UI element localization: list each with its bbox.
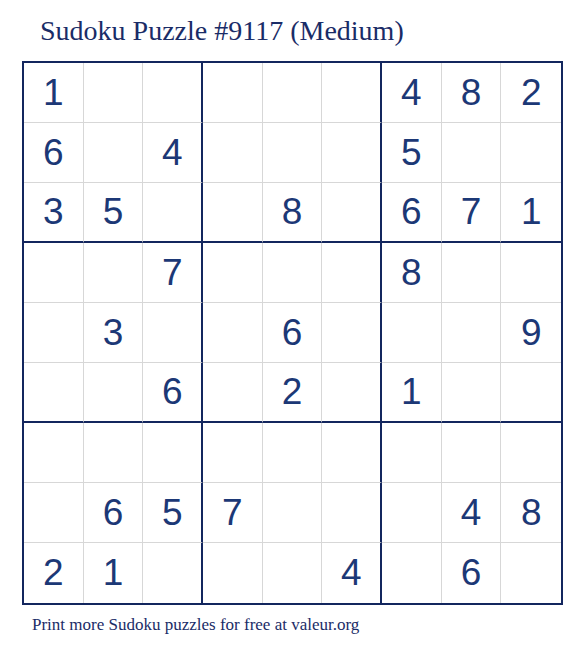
cell-r3c6[interactable] xyxy=(322,183,382,243)
cell-r6c1[interactable] xyxy=(24,363,84,423)
cell-r4c2[interactable] xyxy=(84,243,144,303)
cell-r7c1[interactable] xyxy=(24,423,84,483)
cell-r9c5[interactable] xyxy=(263,543,323,603)
given-cell-r8c4[interactable]: 7 xyxy=(203,483,263,543)
given-cell-r8c9[interactable]: 8 xyxy=(501,483,561,543)
cell-r8c5[interactable] xyxy=(263,483,323,543)
cell-r7c7[interactable] xyxy=(382,423,442,483)
cell-r4c6[interactable] xyxy=(322,243,382,303)
cell-r7c4[interactable] xyxy=(203,423,263,483)
sudoku-board: 148264535867178369621657482146 xyxy=(22,61,563,605)
given-cell-r8c2[interactable]: 6 xyxy=(84,483,144,543)
given-cell-r9c6[interactable]: 4 xyxy=(322,543,382,603)
cell-r5c4[interactable] xyxy=(203,303,263,363)
cell-r8c7[interactable] xyxy=(382,483,442,543)
cell-r5c6[interactable] xyxy=(322,303,382,363)
given-cell-r2c1[interactable]: 6 xyxy=(24,123,84,183)
cell-r6c4[interactable] xyxy=(203,363,263,423)
given-cell-r1c8[interactable]: 8 xyxy=(442,63,502,123)
cell-r7c6[interactable] xyxy=(322,423,382,483)
cell-r3c4[interactable] xyxy=(203,183,263,243)
cell-r2c4[interactable] xyxy=(203,123,263,183)
cell-r4c1[interactable] xyxy=(24,243,84,303)
cell-r2c9[interactable] xyxy=(501,123,561,183)
given-cell-r2c7[interactable]: 5 xyxy=(382,123,442,183)
cell-r4c4[interactable] xyxy=(203,243,263,303)
cell-r1c3[interactable] xyxy=(143,63,203,123)
cell-r4c9[interactable] xyxy=(501,243,561,303)
given-cell-r3c5[interactable]: 8 xyxy=(263,183,323,243)
given-cell-r5c9[interactable]: 9 xyxy=(501,303,561,363)
given-cell-r1c1[interactable]: 1 xyxy=(24,63,84,123)
given-cell-r6c5[interactable]: 2 xyxy=(263,363,323,423)
given-cell-r2c3[interactable]: 4 xyxy=(143,123,203,183)
given-cell-r6c3[interactable]: 6 xyxy=(143,363,203,423)
given-cell-r1c7[interactable]: 4 xyxy=(382,63,442,123)
given-cell-r9c8[interactable]: 6 xyxy=(442,543,502,603)
given-cell-r6c7[interactable]: 1 xyxy=(382,363,442,423)
cell-r2c8[interactable] xyxy=(442,123,502,183)
cell-r1c4[interactable] xyxy=(203,63,263,123)
cell-r9c7[interactable] xyxy=(382,543,442,603)
cell-r1c6[interactable] xyxy=(322,63,382,123)
cell-r7c2[interactable] xyxy=(84,423,144,483)
given-cell-r3c8[interactable]: 7 xyxy=(442,183,502,243)
footer-text: Print more Sudoku puzzles for free at va… xyxy=(32,614,359,636)
cell-r5c7[interactable] xyxy=(382,303,442,363)
cell-r3c3[interactable] xyxy=(143,183,203,243)
cell-r2c5[interactable] xyxy=(263,123,323,183)
given-cell-r3c1[interactable]: 3 xyxy=(24,183,84,243)
cell-r8c1[interactable] xyxy=(24,483,84,543)
sudoku-page: Sudoku Puzzle #9117 (Medium) 14826453586… xyxy=(0,0,574,651)
given-cell-r9c2[interactable]: 1 xyxy=(84,543,144,603)
cell-r5c3[interactable] xyxy=(143,303,203,363)
cell-r9c3[interactable] xyxy=(143,543,203,603)
given-cell-r4c7[interactable]: 8 xyxy=(382,243,442,303)
given-cell-r3c9[interactable]: 1 xyxy=(501,183,561,243)
cell-r2c6[interactable] xyxy=(322,123,382,183)
cell-r8c6[interactable] xyxy=(322,483,382,543)
cell-r1c2[interactable] xyxy=(84,63,144,123)
given-cell-r5c5[interactable]: 6 xyxy=(263,303,323,363)
cell-r2c2[interactable] xyxy=(84,123,144,183)
given-cell-r8c8[interactable]: 4 xyxy=(442,483,502,543)
cell-r4c5[interactable] xyxy=(263,243,323,303)
cell-r7c9[interactable] xyxy=(501,423,561,483)
given-cell-r8c3[interactable]: 5 xyxy=(143,483,203,543)
cell-r9c4[interactable] xyxy=(203,543,263,603)
cell-r6c2[interactable] xyxy=(84,363,144,423)
cell-r7c3[interactable] xyxy=(143,423,203,483)
cell-r5c8[interactable] xyxy=(442,303,502,363)
page-title: Sudoku Puzzle #9117 (Medium) xyxy=(40,14,404,48)
cell-r6c8[interactable] xyxy=(442,363,502,423)
given-cell-r9c1[interactable]: 2 xyxy=(24,543,84,603)
given-cell-r3c7[interactable]: 6 xyxy=(382,183,442,243)
cell-r4c8[interactable] xyxy=(442,243,502,303)
given-cell-r4c3[interactable]: 7 xyxy=(143,243,203,303)
given-cell-r5c2[interactable]: 3 xyxy=(84,303,144,363)
cell-r7c8[interactable] xyxy=(442,423,502,483)
given-cell-r1c9[interactable]: 2 xyxy=(501,63,561,123)
cell-r6c9[interactable] xyxy=(501,363,561,423)
cell-r1c5[interactable] xyxy=(263,63,323,123)
cell-r7c5[interactable] xyxy=(263,423,323,483)
cell-r6c6[interactable] xyxy=(322,363,382,423)
cell-r5c1[interactable] xyxy=(24,303,84,363)
given-cell-r3c2[interactable]: 5 xyxy=(84,183,144,243)
cell-r9c9[interactable] xyxy=(501,543,561,603)
